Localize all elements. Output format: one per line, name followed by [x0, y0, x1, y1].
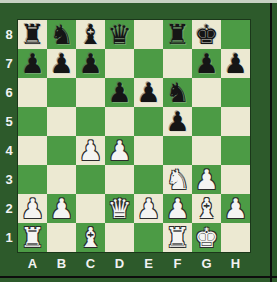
piece-black-pawn[interactable]: ♟ — [194, 49, 218, 78]
piece-white-pawn[interactable]: ♟ — [49, 194, 73, 223]
rank-label-4: 4 — [0, 136, 18, 165]
square-e1[interactable] — [134, 223, 163, 252]
square-h2[interactable]: ♟ — [221, 194, 250, 223]
piece-white-pawn[interactable]: ♟ — [223, 194, 247, 223]
rank-label-8: 8 — [0, 20, 18, 49]
square-a5[interactable] — [18, 107, 47, 136]
square-b5[interactable] — [47, 107, 76, 136]
square-a3[interactable] — [18, 165, 47, 194]
piece-black-pawn[interactable]: ♟ — [136, 78, 160, 107]
file-label-d: D — [105, 253, 134, 274]
piece-white-pawn[interactable]: ♟ — [20, 194, 44, 223]
file-label-e: E — [134, 253, 163, 274]
piece-black-queen[interactable]: ♛ — [107, 20, 131, 49]
square-f8[interactable]: ♜ — [163, 20, 192, 49]
square-h8[interactable] — [221, 20, 250, 49]
square-d2[interactable]: ♛ — [105, 194, 134, 223]
piece-white-king[interactable]: ♚ — [194, 223, 218, 252]
square-c8[interactable]: ♝ — [76, 20, 105, 49]
rank-label-1: 1 — [0, 223, 18, 252]
piece-black-pawn[interactable]: ♟ — [20, 49, 44, 78]
square-b6[interactable] — [47, 78, 76, 107]
square-e3[interactable] — [134, 165, 163, 194]
square-d4[interactable]: ♟ — [105, 136, 134, 165]
square-h1[interactable] — [221, 223, 250, 252]
square-f2[interactable]: ♟ — [163, 194, 192, 223]
square-a1[interactable]: ♜ — [18, 223, 47, 252]
square-d6[interactable]: ♟ — [105, 78, 134, 107]
square-f3[interactable]: ♞ — [163, 165, 192, 194]
square-b4[interactable] — [47, 136, 76, 165]
piece-black-pawn[interactable]: ♟ — [78, 49, 102, 78]
file-labels: A B C D E F G H — [18, 253, 250, 274]
square-e7[interactable] — [134, 49, 163, 78]
square-g5[interactable] — [192, 107, 221, 136]
square-e5[interactable] — [134, 107, 163, 136]
square-f7[interactable] — [163, 49, 192, 78]
chess-diagram-frame: 8 7 6 5 4 3 2 1 ♜♞♝♛♜♚♟♟♟♟♟♟♟♞♟♟♟♞♟♟♟♛♟♟… — [0, 0, 277, 282]
rank-label-7: 7 — [0, 49, 18, 78]
piece-white-pawn[interactable]: ♟ — [107, 136, 131, 165]
piece-white-rook[interactable]: ♜ — [20, 223, 44, 252]
file-label-g: G — [192, 253, 221, 274]
square-h6[interactable] — [221, 78, 250, 107]
square-g2[interactable]: ♝ — [192, 194, 221, 223]
file-label-h: H — [221, 253, 250, 274]
square-e4[interactable] — [134, 136, 163, 165]
rank-label-2: 2 — [0, 194, 18, 223]
rank-labels: 8 7 6 5 4 3 2 1 — [0, 20, 18, 252]
piece-white-bishop[interactable]: ♝ — [194, 194, 218, 223]
file-label-b: B — [47, 253, 76, 274]
square-f6[interactable]: ♞ — [163, 78, 192, 107]
square-a7[interactable]: ♟ — [18, 49, 47, 78]
square-e6[interactable]: ♟ — [134, 78, 163, 107]
piece-black-pawn[interactable]: ♟ — [165, 107, 189, 136]
piece-white-knight[interactable]: ♞ — [165, 165, 189, 194]
square-f5[interactable]: ♟ — [163, 107, 192, 136]
square-c2[interactable] — [76, 194, 105, 223]
square-d1[interactable] — [105, 223, 134, 252]
square-e2[interactable]: ♟ — [134, 194, 163, 223]
square-g7[interactable]: ♟ — [192, 49, 221, 78]
square-g6[interactable] — [192, 78, 221, 107]
rank-label-5: 5 — [0, 107, 18, 136]
square-e8[interactable] — [134, 20, 163, 49]
square-c7[interactable]: ♟ — [76, 49, 105, 78]
chess-board: ♜♞♝♛♜♚♟♟♟♟♟♟♟♞♟♟♟♞♟♟♟♛♟♟♝♟♜♝♜♚ — [18, 20, 250, 252]
square-a2[interactable]: ♟ — [18, 194, 47, 223]
top-strip — [0, 0, 277, 3]
piece-white-queen[interactable]: ♛ — [107, 194, 131, 223]
square-d7[interactable] — [105, 49, 134, 78]
piece-white-pawn[interactable]: ♟ — [136, 194, 160, 223]
piece-black-rook[interactable]: ♜ — [165, 20, 189, 49]
square-g1[interactable]: ♚ — [192, 223, 221, 252]
square-a6[interactable] — [18, 78, 47, 107]
square-f4[interactable] — [163, 136, 192, 165]
square-b3[interactable] — [47, 165, 76, 194]
rank-label-6: 6 — [0, 78, 18, 107]
square-h3[interactable] — [221, 165, 250, 194]
piece-black-knight[interactable]: ♞ — [49, 20, 73, 49]
rank-label-3: 3 — [0, 165, 18, 194]
square-c1[interactable]: ♝ — [76, 223, 105, 252]
square-d3[interactable] — [105, 165, 134, 194]
square-b8[interactable]: ♞ — [47, 20, 76, 49]
square-h4[interactable] — [221, 136, 250, 165]
piece-white-rook[interactable]: ♜ — [165, 223, 189, 252]
square-c3[interactable] — [76, 165, 105, 194]
square-b7[interactable]: ♟ — [47, 49, 76, 78]
piece-black-pawn[interactable]: ♟ — [49, 49, 73, 78]
square-d8[interactable]: ♛ — [105, 20, 134, 49]
piece-black-king[interactable]: ♚ — [194, 20, 218, 49]
square-g4[interactable] — [192, 136, 221, 165]
square-a4[interactable] — [18, 136, 47, 165]
piece-white-pawn[interactable]: ♟ — [165, 194, 189, 223]
square-a8[interactable]: ♜ — [18, 20, 47, 49]
piece-white-pawn[interactable]: ♟ — [78, 136, 102, 165]
square-g3[interactable]: ♟ — [192, 165, 221, 194]
piece-white-bishop[interactable]: ♝ — [78, 223, 102, 252]
square-c5[interactable] — [76, 107, 105, 136]
square-d5[interactable] — [105, 107, 134, 136]
piece-black-knight[interactable]: ♞ — [165, 78, 189, 107]
right-edge-line — [270, 2, 272, 282]
square-h5[interactable] — [221, 107, 250, 136]
square-h7[interactable]: ♟ — [221, 49, 250, 78]
square-c6[interactable] — [76, 78, 105, 107]
file-label-a: A — [18, 253, 47, 274]
piece-black-pawn[interactable]: ♟ — [223, 49, 247, 78]
square-c4[interactable]: ♟ — [76, 136, 105, 165]
piece-black-pawn[interactable]: ♟ — [107, 78, 131, 107]
piece-white-pawn[interactable]: ♟ — [194, 165, 218, 194]
square-b1[interactable] — [47, 223, 76, 252]
file-label-c: C — [76, 253, 105, 274]
bottom-edge-line — [0, 276, 277, 278]
file-label-f: F — [163, 253, 192, 274]
piece-black-rook[interactable]: ♜ — [20, 20, 44, 49]
square-g8[interactable]: ♚ — [192, 20, 221, 49]
square-b2[interactable]: ♟ — [47, 194, 76, 223]
square-f1[interactable]: ♜ — [163, 223, 192, 252]
piece-black-bishop[interactable]: ♝ — [78, 20, 102, 49]
